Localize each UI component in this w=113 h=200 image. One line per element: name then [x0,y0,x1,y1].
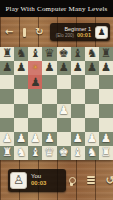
board-square[interactable]: ♞ [14,146,28,160]
board-square[interactable] [71,89,85,103]
board-square[interactable]: ♟ [85,61,99,75]
board-square[interactable] [14,104,28,118]
board-square[interactable] [71,75,85,89]
menu-icon [87,176,95,184]
move-from-marker-icon: ☀ [32,64,39,72]
opponent-sub-row: (Elo 200) 00:01 [56,32,91,39]
black-pawn: ♟ [44,62,54,74]
board-square[interactable]: ♝ [28,47,42,61]
board-square[interactable] [71,118,85,132]
black-bishop: ♝ [30,48,40,60]
black-pawn: ♟ [2,62,12,74]
opponent-avatar: ♟ [95,26,108,39]
white-bishop: ♝ [30,147,40,159]
white-knight: ♞ [87,147,97,159]
board-square[interactable] [57,118,71,132]
board-square[interactable] [0,104,14,118]
board-square[interactable] [14,89,28,103]
board-square[interactable] [42,75,56,89]
board-square[interactable]: ♛ [42,47,56,61]
back-button[interactable]: ← [4,23,14,41]
opponent-info: Beginner 1 (Elo 200) 00:01 [56,26,91,39]
black-pawn-avatar-icon: ♟ [97,28,105,37]
board-square[interactable] [42,118,56,132]
board-square[interactable]: ♚ [57,47,71,61]
opponent-timer: 00:01 [77,32,91,38]
black-rook: ♜ [101,48,111,60]
board-square[interactable] [28,89,42,103]
board-square[interactable] [99,89,113,103]
white-pawn: ♟ [16,133,26,145]
board-square[interactable] [28,104,42,118]
board-square[interactable] [71,104,85,118]
board-square[interactable] [99,118,113,132]
board-square[interactable] [99,75,113,89]
pause-button[interactable] [19,23,29,41]
opponent-elo: (Elo 200) [56,33,74,39]
white-rook: ♜ [2,147,12,159]
board-square[interactable] [28,118,42,132]
board-square[interactable] [57,132,71,146]
white-rook: ♜ [101,147,111,159]
board-square[interactable]: ♝ [71,47,85,61]
board-square[interactable]: ♟ [42,61,56,75]
black-pawn: ♟ [73,62,83,74]
black-queen: ♛ [44,48,54,60]
bottom-icons: ↺ [66,171,113,189]
board-square[interactable] [99,104,113,118]
board-square[interactable]: ☀ [28,61,42,75]
board-square[interactable] [0,118,14,132]
board-square[interactable]: ♟ [99,132,113,146]
board-square[interactable]: ♟ [57,104,71,118]
board-square[interactable]: ♚ [57,146,71,160]
opponent-panel: Beginner 1 (Elo 200) 00:01 ♟ [50,23,110,41]
black-bishop: ♝ [73,48,83,60]
white-pawn: ♟ [87,133,97,145]
board-square[interactable]: ♞ [14,47,28,61]
player-panel: ♙ You 00:03 [8,169,66,192]
board-square[interactable]: ♝ [28,146,42,160]
board-square[interactable]: ♞ [85,47,99,61]
black-pawn: ♟ [101,62,111,74]
black-pawn: ♟ [87,62,97,74]
restart-button[interactable]: ↻ [34,23,44,41]
menu-button[interactable] [85,171,97,189]
board-square[interactable]: ♛ [42,146,56,160]
black-pawn: ♟ [16,62,26,74]
white-pawn: ♟ [2,133,12,145]
board-square[interactable]: ♝ [71,146,85,160]
black-rook: ♜ [2,48,12,60]
white-pawn: ♟ [101,133,111,145]
board-square[interactable] [85,75,99,89]
board-square[interactable]: ♜ [99,47,113,61]
board-square[interactable]: ♞ [85,146,99,160]
board-square[interactable] [85,89,99,103]
back-arrow-icon: ← [5,27,13,37]
board-square[interactable] [42,89,56,103]
player-name: You [31,173,46,180]
chess-board: ♜♞♝♛♚♝♞♜♟♟☀♟♟♟♟♟♟♟♟♟♟♟♟♟♟♜♞♝♛♚♝♞♜ [0,47,113,160]
board-square[interactable] [0,89,14,103]
board-square[interactable] [0,75,14,89]
white-queen: ♛ [44,147,54,159]
board-square[interactable] [14,118,28,132]
title-bar: Play With Computer Many Levels [0,0,113,17]
black-knight: ♞ [87,48,97,60]
hint-bulb-icon [69,177,76,184]
board-square[interactable] [42,104,56,118]
black-knight: ♞ [16,48,26,60]
board-square[interactable]: ♟ [0,132,14,146]
page-title: Play With Computer Many Levels [5,5,107,13]
board-square[interactable] [85,104,99,118]
board-square[interactable]: ♜ [0,47,14,61]
white-pawn-avatar-icon: ♙ [13,174,24,186]
white-bishop: ♝ [73,147,83,159]
board-square[interactable]: ♟ [57,61,71,75]
hint-button[interactable] [66,171,78,189]
board-square[interactable]: ♟ [14,132,28,146]
white-king: ♚ [58,147,68,159]
board-square[interactable]: ♟ [0,61,14,75]
white-pawn: ♟ [44,133,54,145]
board-square[interactable]: ♟ [28,132,42,146]
white-pawn: ♟ [73,133,83,145]
white-pawn: ♟ [58,105,68,117]
black-pawn: ♟ [30,77,40,89]
board-square[interactable]: ♟ [14,61,28,75]
board-square[interactable]: ♟ [99,61,113,75]
bottom-bar: ♙ You 00:03 ↺ [0,160,113,200]
player-timer: 00:03 [31,180,46,187]
white-pawn: ♟ [30,133,40,145]
board-square[interactable]: ♟ [71,61,85,75]
vertical-bar-icon [23,28,26,37]
board-square[interactable] [14,75,28,89]
black-king: ♚ [58,48,68,60]
board-square[interactable] [57,89,71,103]
board-square[interactable]: ♟ [42,132,56,146]
board-square[interactable]: ♜ [0,146,14,160]
board-square[interactable] [85,118,99,132]
undo-icon: ↺ [105,175,113,186]
player-info: You 00:03 [31,173,46,187]
undo-button[interactable]: ↺ [104,171,113,189]
board-square[interactable] [57,75,71,89]
player-avatar: ♙ [10,172,27,189]
white-knight: ♞ [16,147,26,159]
board-square[interactable]: ♟ [85,132,99,146]
board-square[interactable]: ♟ [71,132,85,146]
black-pawn: ♟ [58,62,68,74]
top-toolbar: ← ↻ Beginner 1 (Elo 200) 00:01 ♟ [0,17,113,47]
board-square[interactable]: ♜ [99,146,113,160]
restart-icon: ↻ [35,27,43,37]
board-square[interactable]: ♟ [28,75,42,89]
chess-app: Play With Computer Many Levels ← ↻ Begin… [0,0,113,200]
